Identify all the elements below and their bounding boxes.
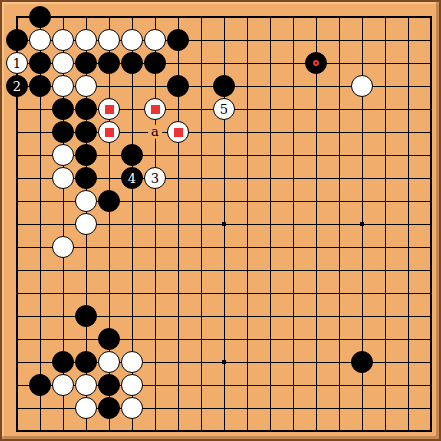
point-letter-label: a — [148, 125, 162, 139]
marks-layer: a — [2, 2, 439, 439]
go-board: 12543 a — [0, 0, 441, 441]
